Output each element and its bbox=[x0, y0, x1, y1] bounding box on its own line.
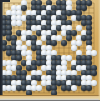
black-stone[interactable] bbox=[91, 70, 97, 76]
white-stone[interactable] bbox=[76, 40, 82, 46]
white-stone[interactable] bbox=[91, 50, 97, 56]
black-stone[interactable] bbox=[86, 85, 92, 91]
black-stone[interactable] bbox=[86, 0, 92, 6]
black-stone[interactable] bbox=[61, 40, 67, 46]
white-stone[interactable] bbox=[71, 85, 77, 91]
white-stone[interactable] bbox=[91, 80, 97, 86]
board-top-shadow-edge bbox=[0, 0, 10, 2]
board-right-edge bbox=[98, 0, 100, 100]
white-stone[interactable] bbox=[36, 85, 42, 91]
go-board-photo bbox=[0, 0, 100, 100]
board-left-shadow-edge bbox=[0, 0, 3, 100]
white-stone[interactable] bbox=[16, 20, 22, 26]
go-board[interactable] bbox=[2, 1, 97, 96]
black-stone[interactable] bbox=[81, 5, 87, 11]
black-stone[interactable] bbox=[51, 40, 57, 46]
board-bottom-edge bbox=[0, 95, 100, 101]
